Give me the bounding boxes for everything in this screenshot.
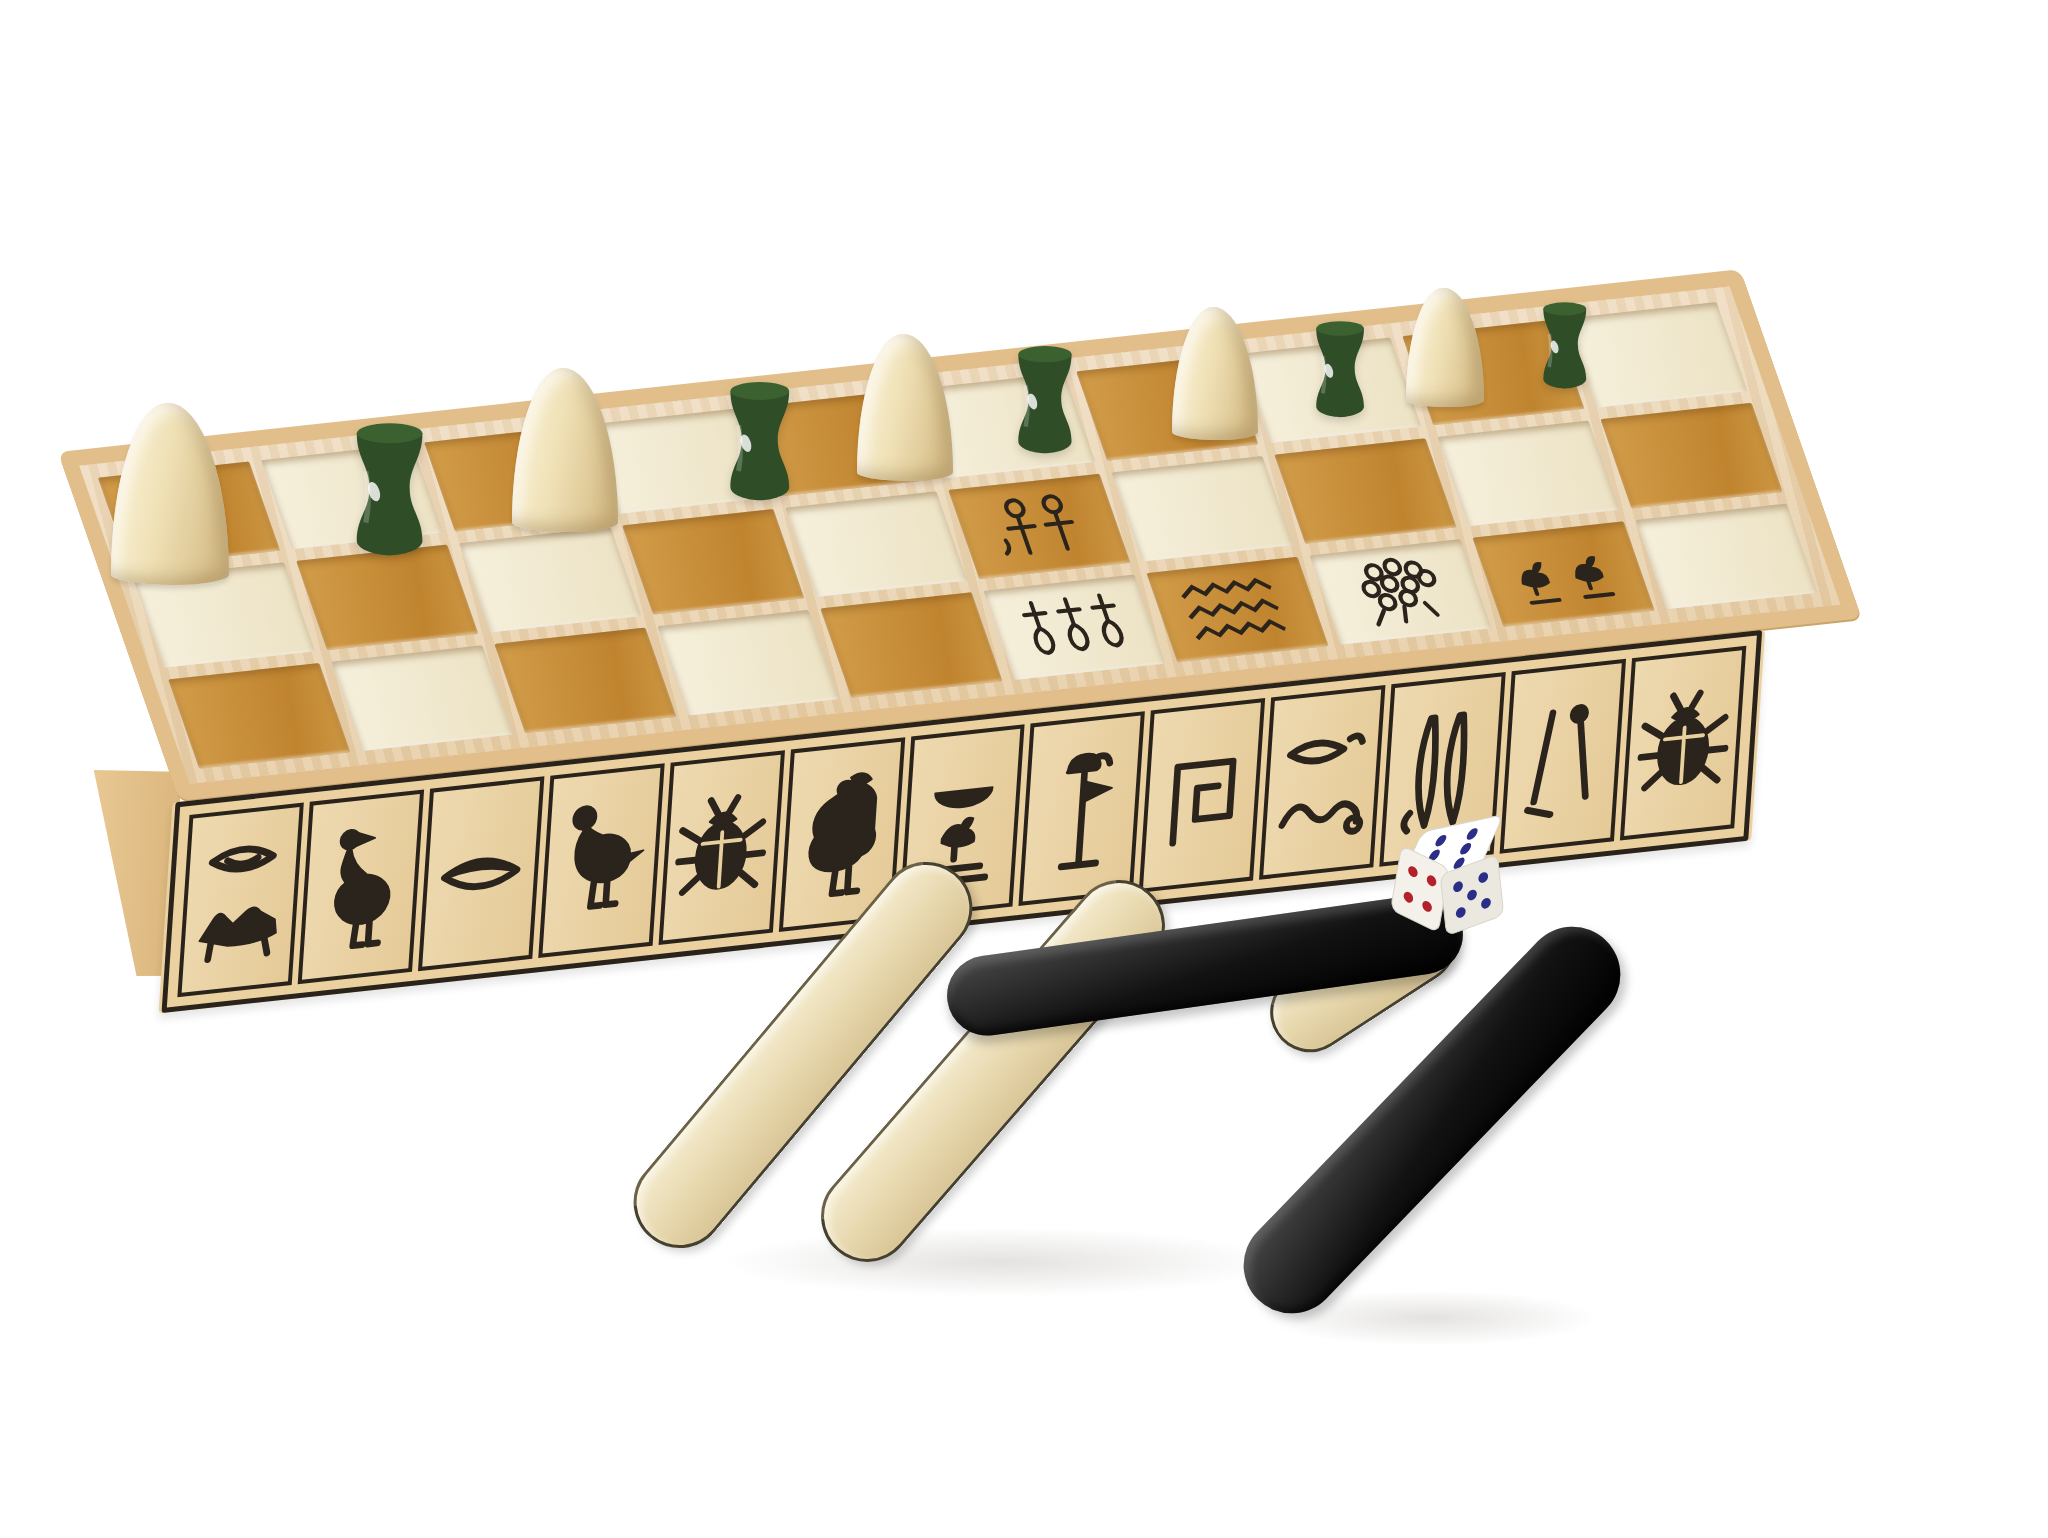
- die-pip: [1459, 842, 1474, 855]
- die-pip: [1478, 871, 1489, 884]
- die-pip: [1453, 880, 1464, 893]
- die-pip: [1467, 888, 1478, 901]
- die-pip: [1433, 834, 1448, 847]
- die-pip: [1480, 897, 1491, 910]
- die-pip: [1465, 827, 1480, 840]
- die-pip: [1426, 874, 1437, 888]
- die[interactable]: [1392, 824, 1520, 946]
- die-pip: [1403, 890, 1414, 904]
- senet-photo-stage: senet: [0, 0, 2048, 1538]
- die-pip: [1422, 899, 1433, 913]
- throwing-stick-black-1[interactable]: [942, 889, 1468, 1041]
- accessories-layer: [0, 0, 2048, 1538]
- cast-shadow: [720, 1227, 1280, 1297]
- die-pip: [1407, 865, 1418, 879]
- die-pip: [1456, 906, 1467, 919]
